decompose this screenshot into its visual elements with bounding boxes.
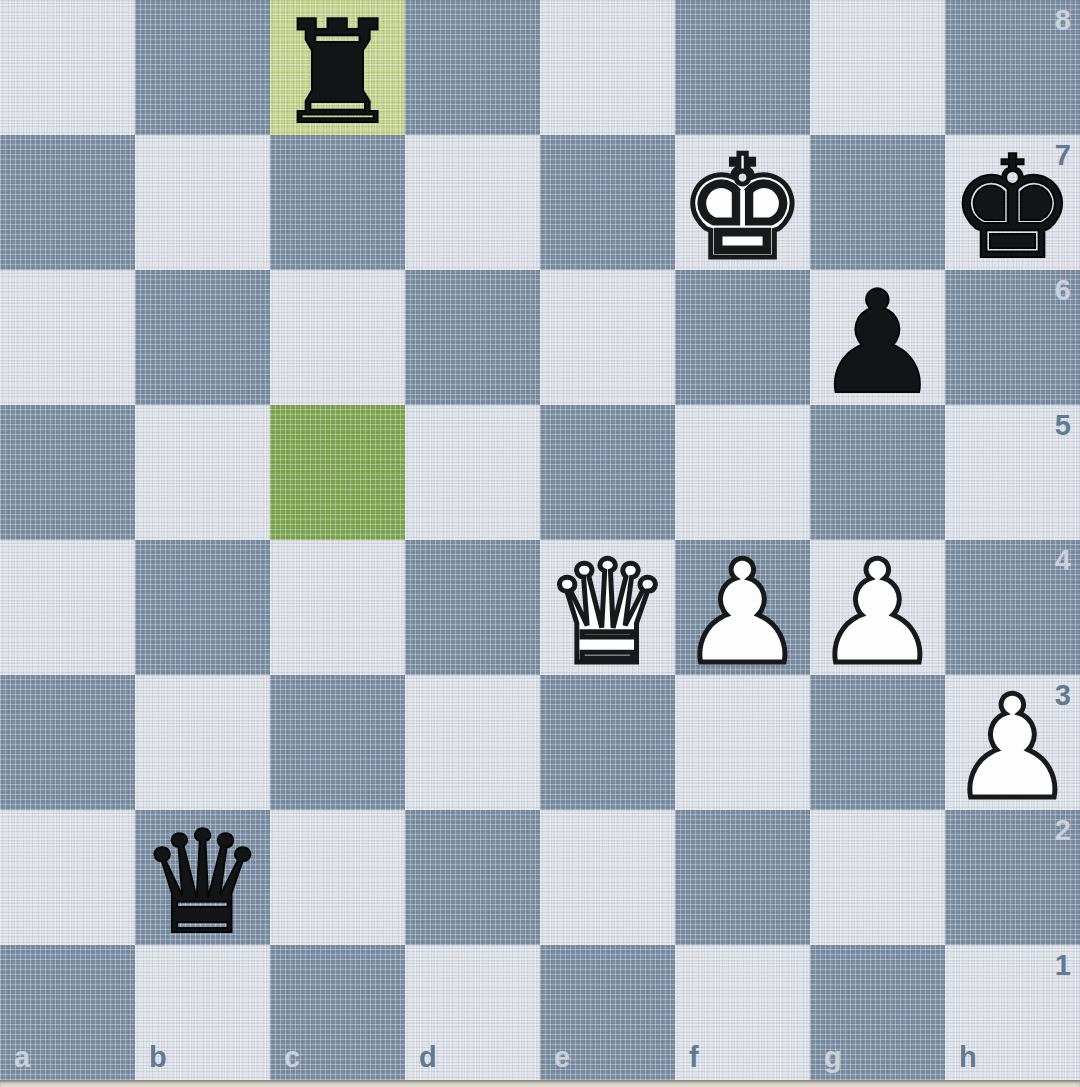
square-h5[interactable]: 5 <box>945 405 1080 540</box>
square-a4[interactable] <box>0 540 135 675</box>
square-a2[interactable] <box>0 810 135 945</box>
square-e6[interactable] <box>540 270 675 405</box>
square-g2[interactable] <box>810 810 945 945</box>
square-h7[interactable]: ♚7 <box>945 135 1080 270</box>
square-b5[interactable] <box>135 405 270 540</box>
black-queen-b2[interactable]: ♛ <box>139 812 266 954</box>
square-d5[interactable] <box>405 405 540 540</box>
square-a1[interactable]: a <box>0 945 135 1080</box>
square-g7[interactable] <box>810 135 945 270</box>
square-g6[interactable]: ♟ <box>810 270 945 405</box>
black-pawn-g6[interactable]: ♟ <box>814 272 941 414</box>
chess-board-window: ♜8♚♚7♟65♛♟♟4♟3♛2abcdefgh1 <box>0 0 1080 1087</box>
square-b8[interactable] <box>135 0 270 135</box>
square-f3[interactable] <box>675 675 810 810</box>
square-c7[interactable] <box>270 135 405 270</box>
file-label-c: c <box>284 1043 300 1072</box>
square-a8[interactable] <box>0 0 135 135</box>
white-king-f7[interactable]: ♚ <box>679 137 806 279</box>
square-b6[interactable] <box>135 270 270 405</box>
square-h3[interactable]: ♟3 <box>945 675 1080 810</box>
square-f1[interactable]: f <box>675 945 810 1080</box>
square-e4[interactable]: ♛ <box>540 540 675 675</box>
rank-label-4: 4 <box>1055 546 1071 575</box>
square-c6[interactable] <box>270 270 405 405</box>
rank-label-1: 1 <box>1055 951 1071 980</box>
square-a3[interactable] <box>0 675 135 810</box>
square-c1[interactable]: c <box>270 945 405 1080</box>
rank-label-2: 2 <box>1055 816 1071 845</box>
square-d1[interactable]: d <box>405 945 540 1080</box>
square-f8[interactable] <box>675 0 810 135</box>
square-a6[interactable] <box>0 270 135 405</box>
square-g8[interactable] <box>810 0 945 135</box>
square-e3[interactable] <box>540 675 675 810</box>
square-d3[interactable] <box>405 675 540 810</box>
square-b2[interactable]: ♛ <box>135 810 270 945</box>
square-d4[interactable] <box>405 540 540 675</box>
square-e1[interactable]: e <box>540 945 675 1080</box>
white-pawn-g4[interactable]: ♟ <box>814 542 941 684</box>
square-g3[interactable] <box>810 675 945 810</box>
square-b7[interactable] <box>135 135 270 270</box>
file-label-e: e <box>554 1043 570 1072</box>
square-e7[interactable] <box>540 135 675 270</box>
square-e8[interactable] <box>540 0 675 135</box>
square-a7[interactable] <box>0 135 135 270</box>
square-f4[interactable]: ♟ <box>675 540 810 675</box>
square-g1[interactable]: g <box>810 945 945 1080</box>
square-g4[interactable]: ♟ <box>810 540 945 675</box>
file-label-d: d <box>419 1043 437 1072</box>
square-h1[interactable]: h1 <box>945 945 1080 1080</box>
chess-board: ♜8♚♚7♟65♛♟♟4♟3♛2abcdefgh1 <box>0 0 1080 1080</box>
square-a5[interactable] <box>0 405 135 540</box>
square-d7[interactable] <box>405 135 540 270</box>
square-c3[interactable] <box>270 675 405 810</box>
square-f7[interactable]: ♚ <box>675 135 810 270</box>
rank-label-3: 3 <box>1055 681 1071 710</box>
file-label-b: b <box>149 1043 167 1072</box>
square-f5[interactable] <box>675 405 810 540</box>
square-h4[interactable]: 4 <box>945 540 1080 675</box>
rank-label-8: 8 <box>1055 6 1071 35</box>
square-c8[interactable]: ♜ <box>270 0 405 135</box>
square-d2[interactable] <box>405 810 540 945</box>
black-rook-c8[interactable]: ♜ <box>274 2 401 144</box>
square-c2[interactable] <box>270 810 405 945</box>
square-e5[interactable] <box>540 405 675 540</box>
square-h6[interactable]: 6 <box>945 270 1080 405</box>
square-d6[interactable] <box>405 270 540 405</box>
square-b4[interactable] <box>135 540 270 675</box>
square-c4[interactable] <box>270 540 405 675</box>
rank-label-7: 7 <box>1055 141 1071 170</box>
file-label-g: g <box>824 1043 842 1072</box>
square-f6[interactable] <box>675 270 810 405</box>
square-g5[interactable] <box>810 405 945 540</box>
file-label-f: f <box>689 1043 699 1072</box>
white-queen-e4[interactable]: ♛ <box>544 542 671 684</box>
file-label-a: a <box>14 1043 30 1072</box>
square-d8[interactable] <box>405 0 540 135</box>
square-b1[interactable]: b <box>135 945 270 1080</box>
file-label-h: h <box>959 1043 977 1072</box>
square-c5[interactable] <box>270 405 405 540</box>
square-f2[interactable] <box>675 810 810 945</box>
white-pawn-f4[interactable]: ♟ <box>679 542 806 684</box>
square-h8[interactable]: 8 <box>945 0 1080 135</box>
rank-label-5: 5 <box>1055 411 1071 440</box>
board-bottom-edge <box>0 1080 1080 1087</box>
square-b3[interactable] <box>135 675 270 810</box>
rank-label-6: 6 <box>1055 276 1071 305</box>
square-e2[interactable] <box>540 810 675 945</box>
square-h2[interactable]: 2 <box>945 810 1080 945</box>
